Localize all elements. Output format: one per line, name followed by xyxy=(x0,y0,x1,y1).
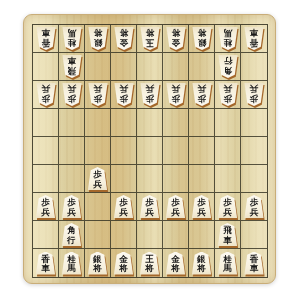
piece-face: 歩兵 xyxy=(140,195,160,218)
piece-kanji: 馬 xyxy=(67,28,76,38)
shogi-piece-pawn-sente[interactable]: 歩兵 xyxy=(244,195,264,218)
piece-face: 歩兵 xyxy=(166,195,186,218)
piece-kanji: 馬 xyxy=(67,264,76,274)
shogi-piece-lance-sente[interactable]: 香車 xyxy=(36,252,56,275)
shogi-piece-pawn-gote[interactable]: 歩兵 xyxy=(244,83,264,106)
piece-kanji: 将 xyxy=(93,28,102,38)
board-cell[interactable] xyxy=(241,165,267,193)
piece-kanji: 馬 xyxy=(223,28,232,38)
piece-kanji: 兵 xyxy=(250,208,259,218)
board-cell[interactable]: 香車 xyxy=(33,25,59,53)
shogi-piece-pawn-sente[interactable]: 歩兵 xyxy=(166,195,186,218)
shogi-piece-silver-gote[interactable]: 銀将 xyxy=(88,27,108,50)
piece-kanji: 行 xyxy=(223,56,232,66)
shogi-piece-gold-sente[interactable]: 金将 xyxy=(114,252,134,275)
piece-kanji: 車 xyxy=(250,28,259,38)
board-cell[interactable]: 金将 xyxy=(163,249,189,277)
board-cell[interactable]: 歩兵 xyxy=(33,81,59,109)
piece-face: 歩兵 xyxy=(192,195,212,218)
piece-kanji: 将 xyxy=(119,264,128,274)
board-cell[interactable]: 歩兵 xyxy=(163,193,189,221)
shogi-piece-pawn-gote[interactable]: 歩兵 xyxy=(140,83,160,106)
piece-face: 銀将 xyxy=(192,252,212,275)
piece-face: 飛車 xyxy=(62,55,82,78)
piece-face: 桂馬 xyxy=(218,27,238,50)
piece-kanji: 桂 xyxy=(67,38,76,48)
board-cell[interactable]: 角行 xyxy=(59,221,85,249)
board-cell[interactable]: 歩兵 xyxy=(215,81,241,109)
piece-kanji: 金 xyxy=(119,38,128,48)
board-cell[interactable]: 歩兵 xyxy=(59,193,85,221)
piece-kanji: 金 xyxy=(171,38,180,48)
board-cell[interactable]: 歩兵 xyxy=(33,193,59,221)
piece-kanji: 将 xyxy=(145,264,154,274)
shogi-piece-knight-sente[interactable]: 桂馬 xyxy=(62,252,82,275)
board-cell[interactable]: 香車 xyxy=(241,249,267,277)
board-cell[interactable] xyxy=(163,165,189,193)
piece-kanji: 歩 xyxy=(171,94,180,104)
shogi-piece-pawn-sente[interactable]: 歩兵 xyxy=(140,195,160,218)
piece-kanji: 車 xyxy=(67,56,76,66)
piece-kanji: 兵 xyxy=(119,208,128,218)
piece-kanji: 将 xyxy=(119,28,128,38)
board-cell[interactable] xyxy=(85,137,111,165)
piece-face: 銀将 xyxy=(192,27,212,50)
piece-face: 歩兵 xyxy=(114,195,134,218)
board-cell[interactable]: 金将 xyxy=(111,25,137,53)
piece-face: 王将 xyxy=(140,252,160,275)
board-cell[interactable]: 銀将 xyxy=(85,249,111,277)
piece-kanji: 兵 xyxy=(67,84,76,94)
board-cell[interactable]: 歩兵 xyxy=(59,81,85,109)
board-cell[interactable]: 桂馬 xyxy=(59,249,85,277)
piece-face: 桂馬 xyxy=(218,252,238,275)
board-cell[interactable] xyxy=(215,165,241,193)
piece-kanji: 将 xyxy=(197,28,206,38)
piece-face: 歩兵 xyxy=(244,195,264,218)
piece-kanji: 香 xyxy=(41,38,50,48)
board-cell[interactable] xyxy=(111,165,137,193)
piece-face: 桂馬 xyxy=(62,27,82,50)
piece-kanji: 歩 xyxy=(250,94,259,104)
shogi-piece-rook-gote[interactable]: 飛車 xyxy=(62,55,82,78)
piece-kanji: 馬 xyxy=(223,264,232,274)
board-cell[interactable]: 玉将 xyxy=(137,25,163,53)
piece-kanji: 玉 xyxy=(145,38,154,48)
piece-kanji: 兵 xyxy=(67,208,76,218)
piece-kanji: 兵 xyxy=(223,84,232,94)
piece-kanji: 銀 xyxy=(93,38,102,48)
board-cell[interactable] xyxy=(215,109,241,137)
piece-face: 角行 xyxy=(218,55,238,78)
shogi-piece-pawn-sente[interactable]: 歩兵 xyxy=(114,195,134,218)
piece-kanji: 飛 xyxy=(67,66,76,76)
piece-kanji: 将 xyxy=(197,264,206,274)
shogi-piece-pawn-sente[interactable]: 歩兵 xyxy=(88,167,108,190)
board-cell[interactable]: 歩兵 xyxy=(189,81,215,109)
board-cell[interactable] xyxy=(33,109,59,137)
board-cell[interactable] xyxy=(189,221,215,249)
board-cell[interactable] xyxy=(163,221,189,249)
board-cell[interactable] xyxy=(189,109,215,137)
board-cell[interactable]: 金将 xyxy=(111,249,137,277)
piece-kanji: 車 xyxy=(223,236,232,246)
board-cell[interactable]: 歩兵 xyxy=(137,81,163,109)
piece-face: 歩兵 xyxy=(62,195,82,218)
board-cell[interactable]: 歩兵 xyxy=(111,193,137,221)
board-cell[interactable]: 歩兵 xyxy=(241,81,267,109)
piece-kanji: 角 xyxy=(223,66,232,76)
board-cell[interactable]: 香車 xyxy=(241,25,267,53)
board-cell[interactable]: 飛車 xyxy=(215,221,241,249)
shogi-piece-lance-gote[interactable]: 香車 xyxy=(244,27,264,50)
piece-face: 歩兵 xyxy=(88,83,108,106)
piece-face: 金将 xyxy=(166,252,186,275)
piece-kanji: 兵 xyxy=(41,84,50,94)
shogi-piece-bishop-gote[interactable]: 角行 xyxy=(218,55,238,78)
board-cell[interactable] xyxy=(33,53,59,81)
piece-kanji: 車 xyxy=(41,28,50,38)
piece-kanji: 車 xyxy=(250,264,259,274)
piece-kanji: 兵 xyxy=(197,84,206,94)
piece-kanji: 歩 xyxy=(145,94,154,104)
board-cell[interactable]: 歩兵 xyxy=(85,165,111,193)
shogi-piece-gold-sente[interactable]: 金将 xyxy=(166,252,186,275)
board-cell[interactable] xyxy=(241,109,267,137)
board-cell[interactable]: 歩兵 xyxy=(241,193,267,221)
board-cell[interactable] xyxy=(137,221,163,249)
board-cell[interactable] xyxy=(85,221,111,249)
board-cell[interactable] xyxy=(33,165,59,193)
board-cell[interactable]: 飛車 xyxy=(59,53,85,81)
shogi-piece-rook-sente[interactable]: 飛車 xyxy=(218,223,238,246)
piece-kanji: 兵 xyxy=(145,84,154,94)
shogi-piece-knight-gote[interactable]: 桂馬 xyxy=(62,27,82,50)
board-cell[interactable]: 王将 xyxy=(137,249,163,277)
shogi-piece-pawn-sente[interactable]: 歩兵 xyxy=(62,195,82,218)
board-cell[interactable]: 金将 xyxy=(163,25,189,53)
board-cell[interactable] xyxy=(59,109,85,137)
shogi-piece-pawn-gote[interactable]: 歩兵 xyxy=(88,83,108,106)
shogi-piece-pawn-gote[interactable]: 歩兵 xyxy=(114,83,134,106)
board-cell[interactable]: 香車 xyxy=(33,249,59,277)
piece-face: 歩兵 xyxy=(114,83,134,106)
piece-kanji: 兵 xyxy=(41,208,50,218)
piece-kanji: 将 xyxy=(93,264,102,274)
board-grid: 香車桂馬銀将金将玉将金将銀将桂馬香車飛車角行歩兵歩兵歩兵歩兵歩兵歩兵歩兵歩兵歩兵… xyxy=(32,24,268,278)
piece-face: 歩兵 xyxy=(140,83,160,106)
piece-face: 歩兵 xyxy=(166,83,186,106)
piece-face: 桂馬 xyxy=(62,252,82,275)
piece-kanji: 兵 xyxy=(119,84,128,94)
piece-face: 香車 xyxy=(36,252,56,275)
board-cell[interactable]: 歩兵 xyxy=(215,193,241,221)
piece-kanji: 香 xyxy=(250,38,259,48)
shogi-piece-silver-sente[interactable]: 銀将 xyxy=(192,252,212,275)
shogi-piece-pawn-gote[interactable]: 歩兵 xyxy=(218,83,238,106)
piece-face: 金将 xyxy=(114,27,134,50)
board-cell[interactable] xyxy=(189,165,215,193)
piece-face: 歩兵 xyxy=(62,83,82,106)
piece-face: 歩兵 xyxy=(36,195,56,218)
piece-face: 銀将 xyxy=(88,27,108,50)
shogi-piece-silver-gote[interactable]: 銀将 xyxy=(192,27,212,50)
piece-kanji: 将 xyxy=(171,28,180,38)
board-cell[interactable] xyxy=(111,109,137,137)
shogi-piece-king-gote[interactable]: 玉将 xyxy=(140,27,160,50)
board-cell[interactable] xyxy=(163,137,189,165)
board-cell[interactable] xyxy=(241,53,267,81)
board-cell[interactable]: 歩兵 xyxy=(85,81,111,109)
shogi-piece-pawn-gote[interactable]: 歩兵 xyxy=(62,83,82,106)
piece-kanji: 歩 xyxy=(119,94,128,104)
piece-face: 角行 xyxy=(62,223,82,246)
board-cell[interactable]: 歩兵 xyxy=(137,193,163,221)
board-cell[interactable]: 角行 xyxy=(215,53,241,81)
shogi-piece-pawn-sente[interactable]: 歩兵 xyxy=(36,195,56,218)
shogi-piece-pawn-gote[interactable]: 歩兵 xyxy=(166,83,186,106)
board-cell[interactable] xyxy=(111,221,137,249)
shogi-piece-pawn-sente[interactable]: 歩兵 xyxy=(192,195,212,218)
board-cell[interactable] xyxy=(137,109,163,137)
piece-kanji: 歩 xyxy=(223,94,232,104)
board-cell[interactable] xyxy=(163,53,189,81)
piece-kanji: 兵 xyxy=(93,180,102,190)
piece-kanji: 兵 xyxy=(197,208,206,218)
board-cell[interactable]: 歩兵 xyxy=(163,81,189,109)
board-cell[interactable] xyxy=(59,137,85,165)
board-cell[interactable] xyxy=(189,137,215,165)
photo-background: 香車桂馬銀将金将玉将金将銀将桂馬香車飛車角行歩兵歩兵歩兵歩兵歩兵歩兵歩兵歩兵歩兵… xyxy=(0,0,300,300)
shogi-piece-lance-gote[interactable]: 香車 xyxy=(36,27,56,50)
piece-kanji: 車 xyxy=(41,264,50,274)
board-cell[interactable]: 歩兵 xyxy=(111,81,137,109)
board-cell[interactable] xyxy=(111,137,137,165)
piece-face: 飛車 xyxy=(218,223,238,246)
shogi-board: 香車桂馬銀将金将玉将金将銀将桂馬香車飛車角行歩兵歩兵歩兵歩兵歩兵歩兵歩兵歩兵歩兵… xyxy=(23,14,276,284)
piece-kanji: 兵 xyxy=(171,208,180,218)
board-cell[interactable] xyxy=(137,137,163,165)
piece-face: 金将 xyxy=(166,27,186,50)
piece-kanji: 兵 xyxy=(171,84,180,94)
board-cell[interactable] xyxy=(189,53,215,81)
piece-kanji: 歩 xyxy=(93,94,102,104)
piece-kanji: 兵 xyxy=(93,84,102,94)
shogi-piece-bishop-sente[interactable]: 角行 xyxy=(62,223,82,246)
piece-face: 香車 xyxy=(244,252,264,275)
board-cell[interactable] xyxy=(33,221,59,249)
board-cell[interactable]: 歩兵 xyxy=(189,193,215,221)
piece-face: 玉将 xyxy=(140,27,160,50)
shogi-piece-lance-sente[interactable]: 香車 xyxy=(244,252,264,275)
board-cell[interactable]: 銀将 xyxy=(85,25,111,53)
piece-kanji: 将 xyxy=(145,28,154,38)
piece-face: 金将 xyxy=(114,252,134,275)
piece-kanji: 歩 xyxy=(197,94,206,104)
board-cell[interactable] xyxy=(59,165,85,193)
piece-face: 香車 xyxy=(244,27,264,50)
board-cell[interactable] xyxy=(85,53,111,81)
board-cell[interactable]: 桂馬 xyxy=(215,249,241,277)
shogi-piece-pawn-sente[interactable]: 歩兵 xyxy=(218,195,238,218)
board-cell[interactable] xyxy=(137,165,163,193)
board-cell[interactable]: 銀将 xyxy=(189,25,215,53)
piece-face: 歩兵 xyxy=(192,83,212,106)
piece-face: 歩兵 xyxy=(218,195,238,218)
shogi-piece-knight-sente[interactable]: 桂馬 xyxy=(218,252,238,275)
piece-kanji: 兵 xyxy=(145,208,154,218)
piece-face: 歩兵 xyxy=(244,83,264,106)
board-cell[interactable] xyxy=(111,53,137,81)
board-cell[interactable] xyxy=(241,221,267,249)
shogi-piece-pawn-gote[interactable]: 歩兵 xyxy=(36,83,56,106)
piece-face: 歩兵 xyxy=(88,167,108,190)
piece-kanji: 行 xyxy=(67,236,76,246)
shogi-piece-knight-gote[interactable]: 桂馬 xyxy=(218,27,238,50)
piece-kanji: 将 xyxy=(171,264,180,274)
piece-kanji: 銀 xyxy=(197,38,206,48)
board-cell[interactable] xyxy=(163,109,189,137)
piece-kanji: 歩 xyxy=(67,94,76,104)
piece-face: 歩兵 xyxy=(36,83,56,106)
board-cell[interactable] xyxy=(215,137,241,165)
piece-face: 銀将 xyxy=(88,252,108,275)
shogi-piece-gold-gote[interactable]: 金将 xyxy=(114,27,134,50)
shogi-piece-pawn-gote[interactable]: 歩兵 xyxy=(192,83,212,106)
shogi-piece-silver-sente[interactable]: 銀将 xyxy=(88,252,108,275)
board-cell[interactable] xyxy=(33,137,59,165)
board-cell[interactable]: 銀将 xyxy=(189,249,215,277)
shogi-piece-gold-gote[interactable]: 金将 xyxy=(166,27,186,50)
board-cell[interactable]: 桂馬 xyxy=(215,25,241,53)
piece-kanji: 歩 xyxy=(41,94,50,104)
piece-face: 香車 xyxy=(36,27,56,50)
board-cell[interactable] xyxy=(137,53,163,81)
piece-face: 歩兵 xyxy=(218,83,238,106)
piece-kanji: 兵 xyxy=(223,208,232,218)
board-cell[interactable]: 桂馬 xyxy=(59,25,85,53)
board-cell[interactable] xyxy=(85,193,111,221)
shogi-piece-king-sente[interactable]: 王将 xyxy=(140,252,160,275)
board-cell[interactable] xyxy=(85,109,111,137)
board-cell[interactable] xyxy=(241,137,267,165)
piece-kanji: 桂 xyxy=(223,38,232,48)
piece-kanji: 兵 xyxy=(250,84,259,94)
